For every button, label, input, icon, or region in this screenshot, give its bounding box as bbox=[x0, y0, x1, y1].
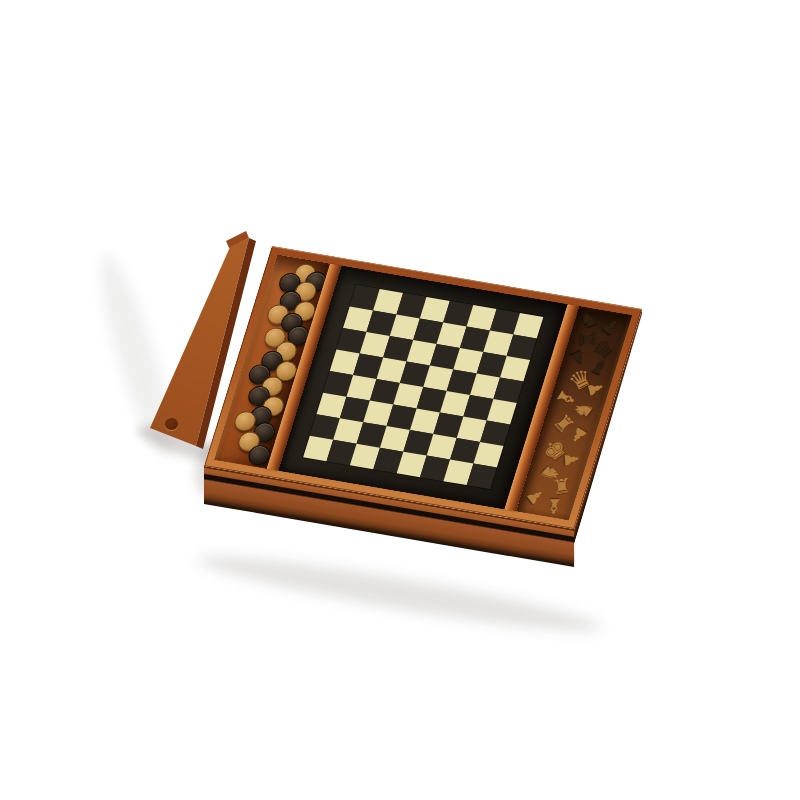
chess-piece-light: ♝ bbox=[544, 495, 565, 515]
chessmen-tray-pieces: ♞♟♜♛♟♝♛♟♝♞♜♟♚♟♞♜♟♝ bbox=[579, 306, 632, 315]
product-photo-chess-checkers-box: ♞♟♜♛♟♝♛♟♝♞♜♟♚♟♞♜♟♝ bbox=[0, 0, 800, 800]
board-square bbox=[467, 464, 497, 490]
chess-piece-light: ♟ bbox=[562, 451, 581, 469]
checkers-tray-pieces bbox=[277, 255, 330, 264]
lid-finger-hole bbox=[165, 418, 178, 430]
board-grid bbox=[303, 285, 543, 489]
chess-piece-light: ♟ bbox=[523, 485, 547, 508]
